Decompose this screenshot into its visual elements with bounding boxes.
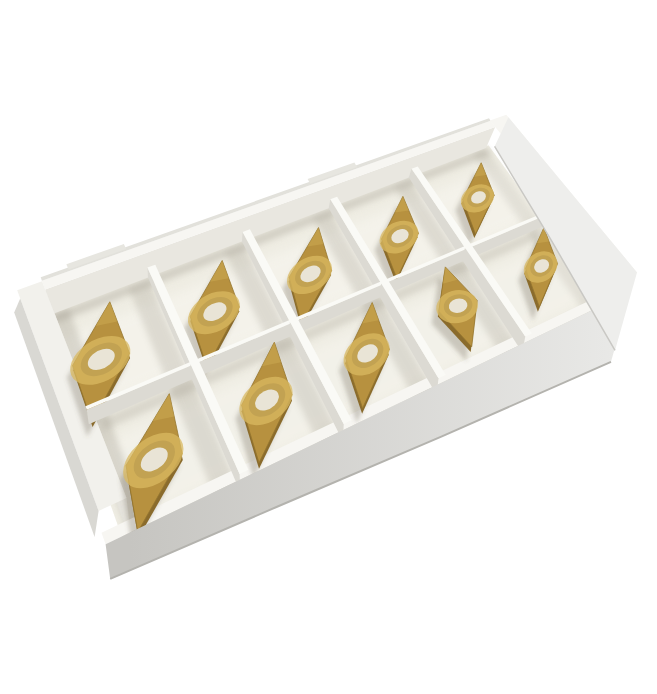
insert-tray-photo xyxy=(0,0,657,694)
tray-scene xyxy=(0,0,657,694)
